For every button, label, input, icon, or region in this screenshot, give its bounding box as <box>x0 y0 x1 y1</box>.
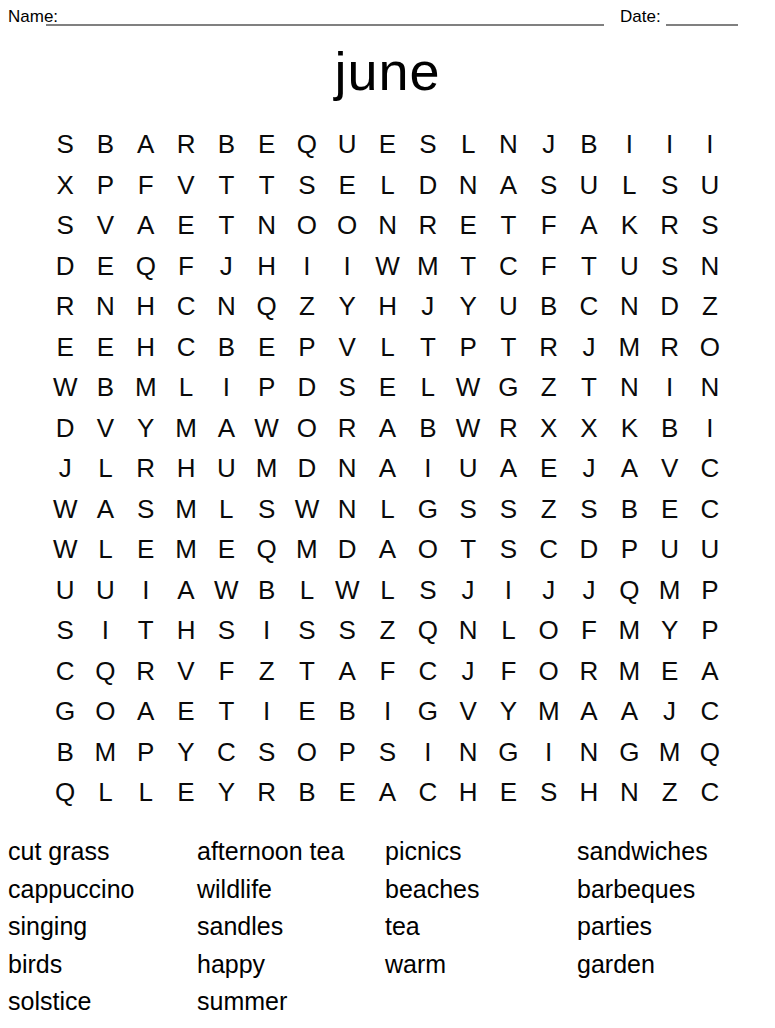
grid-cell[interactable]: L <box>609 165 649 206</box>
grid-cell[interactable]: U <box>85 570 125 611</box>
grid-cell[interactable]: Y <box>488 691 528 732</box>
grid-cell[interactable]: J <box>569 327 609 368</box>
grid-cell[interactable]: C <box>690 448 730 489</box>
grid-cell[interactable]: N <box>327 489 367 530</box>
grid-cell[interactable]: B <box>45 732 85 773</box>
grid-cell[interactable]: M <box>85 732 125 773</box>
grid-cell[interactable]: E <box>166 205 206 246</box>
grid-cell[interactable]: I <box>327 246 367 287</box>
grid-cell[interactable]: S <box>488 489 528 530</box>
grid-cell[interactable]: H <box>569 772 609 813</box>
grid-cell[interactable]: T <box>569 367 609 408</box>
grid-cell[interactable]: M <box>609 651 649 692</box>
grid-cell[interactable]: H <box>166 448 206 489</box>
grid-cell[interactable]: L <box>367 489 407 530</box>
grid-cell[interactable]: W <box>327 570 367 611</box>
grid-cell[interactable]: B <box>206 327 246 368</box>
grid-cell[interactable]: D <box>408 165 448 206</box>
grid-cell[interactable]: V <box>649 448 689 489</box>
grid-cell[interactable]: L <box>85 529 125 570</box>
name-write-line[interactable] <box>46 24 604 26</box>
grid-cell[interactable]: N <box>367 205 407 246</box>
grid-cell[interactable]: W <box>448 367 488 408</box>
grid-cell[interactable]: J <box>45 448 85 489</box>
grid-cell[interactable]: M <box>649 732 689 773</box>
grid-cell[interactable]: R <box>488 408 528 449</box>
grid-cell[interactable]: I <box>246 610 286 651</box>
grid-cell[interactable]: Q <box>690 732 730 773</box>
grid-cell[interactable]: W <box>45 529 85 570</box>
grid-cell[interactable]: O <box>327 205 367 246</box>
grid-cell[interactable]: A <box>609 448 649 489</box>
grid-cell[interactable]: J <box>529 124 569 165</box>
grid-cell[interactable]: C <box>690 772 730 813</box>
grid-cell[interactable]: F <box>166 246 206 287</box>
grid-cell[interactable]: Q <box>246 286 286 327</box>
grid-cell[interactable]: I <box>206 367 246 408</box>
grid-cell[interactable]: I <box>126 570 166 611</box>
grid-cell[interactable]: S <box>327 367 367 408</box>
grid-cell[interactable]: S <box>206 610 246 651</box>
grid-cell[interactable]: C <box>529 529 569 570</box>
grid-cell[interactable]: U <box>488 286 528 327</box>
grid-cell[interactable]: C <box>206 732 246 773</box>
grid-cell[interactable]: A <box>126 691 166 732</box>
grid-cell[interactable]: F <box>367 651 407 692</box>
grid-cell[interactable]: Q <box>609 570 649 611</box>
grid-cell[interactable]: A <box>367 408 407 449</box>
grid-cell[interactable]: E <box>45 327 85 368</box>
grid-cell[interactable]: A <box>126 124 166 165</box>
grid-cell[interactable]: U <box>448 448 488 489</box>
grid-cell[interactable]: M <box>166 529 206 570</box>
grid-cell[interactable]: N <box>609 286 649 327</box>
grid-cell[interactable]: T <box>448 529 488 570</box>
grid-cell[interactable]: Z <box>529 489 569 530</box>
grid-cell[interactable]: A <box>126 205 166 246</box>
grid-cell[interactable]: I <box>287 246 327 287</box>
grid-cell[interactable]: C <box>166 327 206 368</box>
grid-cell[interactable]: C <box>690 691 730 732</box>
grid-cell[interactable]: D <box>287 448 327 489</box>
grid-cell[interactable]: T <box>488 327 528 368</box>
grid-cell[interactable]: E <box>166 691 206 732</box>
grid-cell[interactable]: W <box>45 489 85 530</box>
grid-cell[interactable]: K <box>609 205 649 246</box>
grid-cell[interactable]: G <box>488 732 528 773</box>
grid-cell[interactable]: P <box>690 570 730 611</box>
grid-cell[interactable]: Q <box>408 610 448 651</box>
grid-cell[interactable]: E <box>448 205 488 246</box>
grid-cell[interactable]: S <box>690 205 730 246</box>
grid-cell[interactable]: C <box>569 286 609 327</box>
grid-cell[interactable]: Q <box>45 772 85 813</box>
grid-cell[interactable]: S <box>649 165 689 206</box>
grid-cell[interactable]: D <box>327 529 367 570</box>
grid-cell[interactable]: Q <box>287 124 327 165</box>
grid-cell[interactable]: O <box>690 327 730 368</box>
grid-cell[interactable]: I <box>246 691 286 732</box>
grid-cell[interactable]: E <box>246 327 286 368</box>
grid-cell[interactable]: M <box>287 529 327 570</box>
grid-cell[interactable]: V <box>166 651 206 692</box>
grid-cell[interactable]: S <box>367 732 407 773</box>
grid-cell[interactable]: A <box>488 448 528 489</box>
grid-cell[interactable]: R <box>45 286 85 327</box>
grid-cell[interactable]: V <box>448 691 488 732</box>
grid-cell[interactable]: N <box>327 448 367 489</box>
grid-cell[interactable]: R <box>529 327 569 368</box>
grid-cell[interactable]: U <box>206 448 246 489</box>
grid-cell[interactable]: I <box>609 124 649 165</box>
grid-cell[interactable]: A <box>85 489 125 530</box>
grid-cell[interactable]: A <box>367 772 407 813</box>
grid-cell[interactable]: I <box>690 408 730 449</box>
grid-cell[interactable]: R <box>327 408 367 449</box>
grid-cell[interactable]: B <box>85 124 125 165</box>
grid-cell[interactable]: P <box>287 327 327 368</box>
grid-cell[interactable]: N <box>448 732 488 773</box>
grid-cell[interactable]: F <box>488 651 528 692</box>
grid-cell[interactable]: S <box>246 732 286 773</box>
grid-cell[interactable]: O <box>85 691 125 732</box>
grid-cell[interactable]: L <box>126 772 166 813</box>
grid-cell[interactable]: M <box>609 610 649 651</box>
word-list-item: cappuccino <box>8 871 193 909</box>
grid-cell[interactable]: G <box>408 489 448 530</box>
grid-cell[interactable]: J <box>448 570 488 611</box>
grid-cell[interactable]: A <box>609 691 649 732</box>
grid-cell[interactable]: F <box>529 205 569 246</box>
grid-cell[interactable]: A <box>206 408 246 449</box>
grid-cell[interactable]: S <box>126 489 166 530</box>
grid-cell[interactable]: W <box>246 408 286 449</box>
grid-cell[interactable]: N <box>488 124 528 165</box>
grid-cell[interactable]: V <box>85 205 125 246</box>
grid-cell[interactable]: U <box>690 529 730 570</box>
grid-cell[interactable]: Z <box>246 651 286 692</box>
grid-cell[interactable]: D <box>287 367 327 408</box>
grid-cell[interactable]: Q <box>126 246 166 287</box>
grid-cell[interactable]: E <box>488 772 528 813</box>
grid-cell[interactable]: V <box>327 327 367 368</box>
grid-cell[interactable]: H <box>246 246 286 287</box>
word-list-item: singing <box>8 908 193 946</box>
grid-cell[interactable]: S <box>287 165 327 206</box>
grid-cell[interactable]: T <box>408 327 448 368</box>
word-list-item: happy <box>197 946 382 984</box>
grid-cell[interactable]: M <box>529 691 569 732</box>
grid-cell[interactable]: Y <box>327 286 367 327</box>
grid-cell[interactable]: L <box>367 327 407 368</box>
grid-cell[interactable]: I <box>367 691 407 732</box>
grid-cell[interactable]: E <box>529 448 569 489</box>
grid-cell[interactable]: P <box>246 367 286 408</box>
grid-cell[interactable]: T <box>126 610 166 651</box>
grid-cell[interactable]: G <box>408 691 448 732</box>
grid-cell[interactable]: H <box>126 286 166 327</box>
grid-cell[interactable]: E <box>287 691 327 732</box>
grid-cell[interactable]: F <box>206 651 246 692</box>
grid-cell[interactable]: G <box>488 367 528 408</box>
grid-cell[interactable]: L <box>488 610 528 651</box>
grid-cell[interactable]: N <box>448 610 488 651</box>
grid-cell[interactable]: P <box>327 732 367 773</box>
grid-cell[interactable]: R <box>246 772 286 813</box>
grid-cell[interactable]: K <box>609 408 649 449</box>
grid-cell[interactable]: D <box>45 246 85 287</box>
grid-cell[interactable]: J <box>408 286 448 327</box>
grid-cell[interactable]: W <box>367 246 407 287</box>
grid-cell[interactable]: S <box>246 489 286 530</box>
grid-cell[interactable]: Y <box>649 610 689 651</box>
grid-cell[interactable]: C <box>166 286 206 327</box>
grid-cell[interactable]: S <box>448 489 488 530</box>
grid-cell[interactable]: M <box>408 246 448 287</box>
grid-cell[interactable]: A <box>166 570 206 611</box>
grid-cell[interactable]: I <box>408 732 448 773</box>
grid-cell[interactable]: N <box>85 286 125 327</box>
grid-cell[interactable]: C <box>408 651 448 692</box>
grid-cell[interactable]: B <box>408 408 448 449</box>
grid-cell[interactable]: N <box>246 205 286 246</box>
grid-cell[interactable]: E <box>327 165 367 206</box>
grid-cell[interactable]: S <box>45 124 85 165</box>
grid-cell[interactable]: L <box>85 448 125 489</box>
grid-cell[interactable]: A <box>367 529 407 570</box>
grid-cell[interactable]: Z <box>690 286 730 327</box>
grid-cell[interactable]: T <box>448 246 488 287</box>
grid-cell[interactable]: I <box>649 367 689 408</box>
grid-cell[interactable]: T <box>488 205 528 246</box>
grid-cell[interactable]: I <box>408 448 448 489</box>
grid-cell[interactable]: F <box>569 610 609 651</box>
grid-cell[interactable]: E <box>85 327 125 368</box>
grid-cell[interactable]: P <box>609 529 649 570</box>
grid-cell[interactable]: N <box>609 772 649 813</box>
grid-cell[interactable]: S <box>569 489 609 530</box>
grid-cell[interactable]: F <box>126 165 166 206</box>
grid-cell[interactable]: U <box>690 165 730 206</box>
grid-cell[interactable]: M <box>126 367 166 408</box>
grid-cell[interactable]: U <box>609 246 649 287</box>
grid-cell[interactable]: A <box>367 448 407 489</box>
grid-cell[interactable]: A <box>488 165 528 206</box>
grid-cell[interactable]: R <box>408 205 448 246</box>
grid-cell[interactable]: S <box>45 610 85 651</box>
grid-cell[interactable]: Z <box>367 610 407 651</box>
grid-cell[interactable]: O <box>287 205 327 246</box>
grid-cell[interactable]: B <box>206 124 246 165</box>
grid-cell[interactable]: Y <box>206 772 246 813</box>
grid-cell[interactable]: E <box>126 529 166 570</box>
grid-cell[interactable]: N <box>690 246 730 287</box>
grid-cell[interactable]: J <box>448 651 488 692</box>
grid-cell[interactable]: M <box>166 489 206 530</box>
grid-cell[interactable]: F <box>529 246 569 287</box>
grid-cell[interactable]: T <box>206 691 246 732</box>
grid-cell[interactable]: E <box>367 367 407 408</box>
grid-cell[interactable]: T <box>206 205 246 246</box>
grid-cell[interactable]: X <box>529 408 569 449</box>
date-write-line[interactable] <box>666 24 738 26</box>
grid-cell[interactable]: S <box>408 570 448 611</box>
grid-cell[interactable]: C <box>690 489 730 530</box>
grid-cell[interactable]: Y <box>166 732 206 773</box>
grid-cell[interactable]: P <box>448 327 488 368</box>
grid-cell[interactable]: U <box>649 529 689 570</box>
grid-cell[interactable]: B <box>85 367 125 408</box>
grid-cell[interactable]: Q <box>246 529 286 570</box>
grid-cell[interactable]: I <box>85 610 125 651</box>
grid-cell[interactable]: I <box>649 124 689 165</box>
grid-cell[interactable]: G <box>45 691 85 732</box>
grid-cell[interactable]: N <box>690 367 730 408</box>
grid-cell[interactable]: U <box>569 165 609 206</box>
grid-cell[interactable]: Z <box>529 367 569 408</box>
grid-cell[interactable]: B <box>609 489 649 530</box>
grid-cell[interactable]: S <box>529 772 569 813</box>
grid-cell[interactable]: S <box>327 610 367 651</box>
grid-cell[interactable]: B <box>569 124 609 165</box>
grid-cell[interactable]: E <box>166 772 206 813</box>
grid-cell[interactable]: L <box>206 489 246 530</box>
grid-cell[interactable]: L <box>166 367 206 408</box>
grid-cell[interactable]: N <box>569 732 609 773</box>
grid-cell[interactable]: J <box>649 691 689 732</box>
grid-cell[interactable]: I <box>690 124 730 165</box>
grid-cell[interactable]: D <box>649 286 689 327</box>
grid-cell[interactable]: L <box>408 367 448 408</box>
grid-cell[interactable]: M <box>609 327 649 368</box>
grid-cell[interactable]: I <box>488 570 528 611</box>
grid-cell[interactable]: S <box>45 205 85 246</box>
grid-cell[interactable]: A <box>569 205 609 246</box>
grid-cell[interactable]: P <box>85 165 125 206</box>
grid-cell[interactable]: L <box>367 570 407 611</box>
grid-cell[interactable]: E <box>206 529 246 570</box>
grid-cell[interactable]: V <box>85 408 125 449</box>
grid-cell[interactable]: L <box>287 570 327 611</box>
grid-cell[interactable]: I <box>529 732 569 773</box>
word-search-grid: SBARBEQUESLNJBIIIXPFVTTSELDNASULSUSVAETN… <box>45 124 730 813</box>
grid-cell[interactable]: X <box>569 408 609 449</box>
grid-cell[interactable]: C <box>488 246 528 287</box>
grid-cell[interactable]: R <box>649 205 689 246</box>
grid-cell[interactable]: R <box>126 448 166 489</box>
grid-cell[interactable]: H <box>166 610 206 651</box>
grid-cell[interactable]: O <box>529 610 569 651</box>
grid-cell[interactable]: U <box>45 570 85 611</box>
grid-cell[interactable]: O <box>287 732 327 773</box>
grid-cell[interactable]: X <box>45 165 85 206</box>
grid-cell[interactable]: U <box>327 124 367 165</box>
grid-cell[interactable]: E <box>649 489 689 530</box>
grid-cell[interactable]: N <box>206 286 246 327</box>
grid-cell[interactable]: R <box>649 327 689 368</box>
grid-cell[interactable]: H <box>126 327 166 368</box>
grid-cell[interactable]: O <box>529 651 569 692</box>
grid-cell[interactable]: R <box>166 124 206 165</box>
grid-cell[interactable]: J <box>569 570 609 611</box>
grid-cell[interactable]: D <box>45 408 85 449</box>
grid-cell[interactable]: S <box>488 529 528 570</box>
grid-cell[interactable]: M <box>246 448 286 489</box>
grid-cell[interactable]: R <box>126 651 166 692</box>
grid-cell[interactable]: O <box>408 529 448 570</box>
grid-cell[interactable]: J <box>569 448 609 489</box>
grid-cell[interactable]: G <box>609 732 649 773</box>
grid-cell[interactable]: E <box>85 246 125 287</box>
grid-cell[interactable]: L <box>448 124 488 165</box>
grid-cell[interactable]: A <box>327 651 367 692</box>
grid-cell[interactable]: J <box>529 570 569 611</box>
grid-cell[interactable]: S <box>408 124 448 165</box>
grid-cell[interactable]: B <box>529 286 569 327</box>
grid-cell[interactable]: N <box>609 367 649 408</box>
word-list-column: cut grasscappuccinosingingbirdssolstice <box>8 833 193 1021</box>
grid-cell[interactable]: Z <box>287 286 327 327</box>
grid-cell[interactable]: O <box>287 408 327 449</box>
grid-cell[interactable]: J <box>206 246 246 287</box>
grid-cell[interactable]: S <box>287 610 327 651</box>
grid-cell[interactable]: R <box>569 651 609 692</box>
grid-cell[interactable]: T <box>246 165 286 206</box>
word-list-column: sandwichesbarbequespartiesgarden <box>577 833 767 983</box>
grid-cell[interactable]: Z <box>649 772 689 813</box>
grid-cell[interactable]: T <box>206 165 246 206</box>
grid-cell[interactable]: A <box>690 651 730 692</box>
grid-cell[interactable]: P <box>126 732 166 773</box>
grid-cell[interactable]: B <box>246 570 286 611</box>
grid-cell[interactable]: Q <box>85 651 125 692</box>
grid-cell[interactable]: P <box>690 610 730 651</box>
grid-cell[interactable]: B <box>327 691 367 732</box>
grid-cell[interactable]: B <box>649 408 689 449</box>
grid-cell[interactable]: E <box>367 124 407 165</box>
grid-cell[interactable]: L <box>367 165 407 206</box>
grid-cell[interactable]: N <box>448 165 488 206</box>
word-list-item: sandwiches <box>577 833 767 871</box>
grid-cell[interactable]: M <box>166 408 206 449</box>
grid-cell[interactable]: E <box>649 651 689 692</box>
grid-cell[interactable]: C <box>45 651 85 692</box>
grid-cell[interactable]: T <box>569 246 609 287</box>
grid-cell[interactable]: M <box>649 570 689 611</box>
grid-cell[interactable]: H <box>367 286 407 327</box>
grid-cell[interactable]: E <box>327 772 367 813</box>
date-label: Date: <box>620 7 661 27</box>
grid-cell[interactable]: A <box>569 691 609 732</box>
grid-cell[interactable]: S <box>529 165 569 206</box>
grid-cell[interactable]: W <box>45 367 85 408</box>
grid-cell[interactable]: S <box>649 246 689 287</box>
grid-cell[interactable]: E <box>246 124 286 165</box>
word-list-item: beaches <box>385 871 570 909</box>
grid-cell[interactable]: D <box>569 529 609 570</box>
grid-cell[interactable]: Y <box>126 408 166 449</box>
grid-cell[interactable]: L <box>85 772 125 813</box>
grid-cell[interactable]: H <box>448 772 488 813</box>
grid-cell[interactable]: W <box>287 489 327 530</box>
grid-cell[interactable]: V <box>166 165 206 206</box>
grid-cell[interactable]: B <box>287 772 327 813</box>
grid-cell[interactable]: Y <box>448 286 488 327</box>
grid-cell[interactable]: C <box>408 772 448 813</box>
grid-cell[interactable]: W <box>206 570 246 611</box>
grid-cell[interactable]: W <box>448 408 488 449</box>
grid-cell[interactable]: T <box>287 651 327 692</box>
